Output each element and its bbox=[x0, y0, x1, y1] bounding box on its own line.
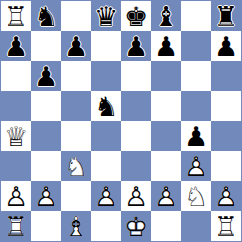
square-h1[interactable]: ♜♖ bbox=[211, 211, 241, 241]
piece-black-rook[interactable]: ♜ bbox=[211, 1, 241, 31]
piece-white-pawn[interactable]: ♟♙ bbox=[211, 181, 241, 211]
square-e6[interactable] bbox=[121, 61, 151, 91]
square-f8[interactable]: ♝ bbox=[151, 1, 181, 31]
square-g6[interactable] bbox=[181, 61, 211, 91]
square-f3[interactable] bbox=[151, 151, 181, 181]
square-h2[interactable]: ♟♙ bbox=[211, 181, 241, 211]
white-pawn-outline-glyph: ♙ bbox=[211, 181, 241, 211]
square-g8[interactable] bbox=[181, 1, 211, 31]
square-a2[interactable]: ♟♙ bbox=[1, 181, 31, 211]
piece-black-pawn[interactable]: ♟ bbox=[211, 31, 241, 61]
square-a1[interactable]: ♜♖ bbox=[1, 211, 31, 241]
white-rook-outline-glyph: ♖ bbox=[1, 1, 31, 31]
chess-board: ♜♖♞♛♚♝♜♟♟♟♟♟♟♞♛♕♟♞♘♟♙♟♙♟♙♟♙♟♙♟♙♞♘♟♙♜♖♝♗♚… bbox=[0, 0, 242, 242]
square-b6[interactable]: ♟ bbox=[31, 61, 61, 91]
white-rook-outline-glyph: ♖ bbox=[211, 211, 241, 241]
square-g2[interactable]: ♞♘ bbox=[181, 181, 211, 211]
square-e3[interactable] bbox=[121, 151, 151, 181]
piece-white-queen[interactable]: ♛♕ bbox=[1, 121, 31, 151]
square-d7[interactable] bbox=[91, 31, 121, 61]
square-a8[interactable]: ♜♖ bbox=[1, 1, 31, 31]
piece-black-pawn[interactable]: ♟ bbox=[151, 31, 181, 61]
square-g1[interactable] bbox=[181, 211, 211, 241]
square-h3[interactable] bbox=[211, 151, 241, 181]
white-pawn-outline-glyph: ♙ bbox=[181, 151, 211, 181]
square-e2[interactable]: ♟♙ bbox=[121, 181, 151, 211]
square-f1[interactable] bbox=[151, 211, 181, 241]
square-a5[interactable] bbox=[1, 91, 31, 121]
white-queen-outline-glyph: ♕ bbox=[1, 121, 31, 151]
black-pawn-glyph: ♟ bbox=[61, 31, 91, 61]
square-f6[interactable] bbox=[151, 61, 181, 91]
square-b4[interactable] bbox=[31, 121, 61, 151]
square-e8[interactable]: ♚ bbox=[121, 1, 151, 31]
piece-black-pawn[interactable]: ♟ bbox=[61, 31, 91, 61]
square-d2[interactable]: ♟♙ bbox=[91, 181, 121, 211]
square-h4[interactable] bbox=[211, 121, 241, 151]
square-h5[interactable] bbox=[211, 91, 241, 121]
square-a4[interactable]: ♛♕ bbox=[1, 121, 31, 151]
piece-black-knight[interactable]: ♞ bbox=[91, 91, 121, 121]
black-pawn-glyph: ♟ bbox=[181, 121, 211, 151]
square-a7[interactable]: ♟ bbox=[1, 31, 31, 61]
black-pawn-glyph: ♟ bbox=[121, 31, 151, 61]
piece-black-pawn[interactable]: ♟ bbox=[1, 31, 31, 61]
square-d4[interactable] bbox=[91, 121, 121, 151]
piece-white-pawn[interactable]: ♟♙ bbox=[181, 151, 211, 181]
piece-white-king[interactable]: ♚♔ bbox=[121, 211, 151, 241]
piece-white-rook[interactable]: ♜♖ bbox=[1, 1, 31, 31]
square-h6[interactable] bbox=[211, 61, 241, 91]
black-rook-glyph: ♜ bbox=[211, 1, 241, 31]
white-knight-outline-glyph: ♘ bbox=[61, 151, 91, 181]
piece-black-king[interactable]: ♚ bbox=[121, 1, 151, 31]
square-b5[interactable] bbox=[31, 91, 61, 121]
square-c7[interactable]: ♟ bbox=[61, 31, 91, 61]
white-pawn-outline-glyph: ♙ bbox=[151, 181, 181, 211]
black-knight-glyph: ♞ bbox=[91, 91, 121, 121]
piece-white-pawn[interactable]: ♟♙ bbox=[151, 181, 181, 211]
black-bishop-glyph: ♝ bbox=[151, 1, 181, 31]
square-f5[interactable] bbox=[151, 91, 181, 121]
black-pawn-glyph: ♟ bbox=[211, 31, 241, 61]
square-c1[interactable]: ♝♗ bbox=[61, 211, 91, 241]
square-b3[interactable] bbox=[31, 151, 61, 181]
black-king-glyph: ♚ bbox=[121, 1, 151, 31]
white-pawn-outline-glyph: ♙ bbox=[1, 181, 31, 211]
black-pawn-glyph: ♟ bbox=[151, 31, 181, 61]
piece-white-bishop[interactable]: ♝♗ bbox=[61, 211, 91, 241]
piece-black-knight[interactable]: ♞ bbox=[31, 1, 61, 31]
square-c3[interactable]: ♞♘ bbox=[61, 151, 91, 181]
piece-black-pawn[interactable]: ♟ bbox=[31, 61, 61, 91]
square-c2[interactable] bbox=[61, 181, 91, 211]
piece-white-rook[interactable]: ♜♖ bbox=[1, 211, 31, 241]
square-e7[interactable]: ♟ bbox=[121, 31, 151, 61]
square-g3[interactable]: ♟♙ bbox=[181, 151, 211, 181]
square-b1[interactable] bbox=[31, 211, 61, 241]
piece-white-knight[interactable]: ♞♘ bbox=[181, 181, 211, 211]
square-g4[interactable]: ♟ bbox=[181, 121, 211, 151]
white-bishop-outline-glyph: ♗ bbox=[61, 211, 91, 241]
black-pawn-glyph: ♟ bbox=[1, 31, 31, 61]
square-d6[interactable] bbox=[91, 61, 121, 91]
square-f4[interactable] bbox=[151, 121, 181, 151]
white-king-outline-glyph: ♔ bbox=[121, 211, 151, 241]
piece-white-knight[interactable]: ♞♘ bbox=[61, 151, 91, 181]
piece-white-rook[interactable]: ♜♖ bbox=[211, 211, 241, 241]
piece-white-pawn[interactable]: ♟♙ bbox=[1, 181, 31, 211]
square-c5[interactable] bbox=[61, 91, 91, 121]
square-e5[interactable] bbox=[121, 91, 151, 121]
square-g7[interactable] bbox=[181, 31, 211, 61]
square-c8[interactable] bbox=[61, 1, 91, 31]
square-h7[interactable]: ♟ bbox=[211, 31, 241, 61]
square-c6[interactable] bbox=[61, 61, 91, 91]
piece-black-pawn[interactable]: ♟ bbox=[121, 31, 151, 61]
square-g5[interactable] bbox=[181, 91, 211, 121]
square-h8[interactable]: ♜ bbox=[211, 1, 241, 31]
white-knight-outline-glyph: ♘ bbox=[181, 181, 211, 211]
piece-black-pawn[interactable]: ♟ bbox=[181, 121, 211, 151]
piece-white-pawn[interactable]: ♟♙ bbox=[121, 181, 151, 211]
piece-black-bishop[interactable]: ♝ bbox=[151, 1, 181, 31]
square-a3[interactable] bbox=[1, 151, 31, 181]
square-f2[interactable]: ♟♙ bbox=[151, 181, 181, 211]
white-rook-outline-glyph: ♖ bbox=[1, 211, 31, 241]
square-a6[interactable] bbox=[1, 61, 31, 91]
black-knight-glyph: ♞ bbox=[31, 1, 61, 31]
square-b8[interactable]: ♞ bbox=[31, 1, 61, 31]
square-b2[interactable]: ♟♙ bbox=[31, 181, 61, 211]
square-e1[interactable]: ♚♔ bbox=[121, 211, 151, 241]
white-pawn-outline-glyph: ♙ bbox=[31, 181, 61, 211]
piece-white-pawn[interactable]: ♟♙ bbox=[91, 181, 121, 211]
square-d3[interactable] bbox=[91, 151, 121, 181]
black-queen-glyph: ♛ bbox=[91, 1, 121, 31]
square-c4[interactable] bbox=[61, 121, 91, 151]
piece-black-queen[interactable]: ♛ bbox=[91, 1, 121, 31]
piece-white-pawn[interactable]: ♟♙ bbox=[31, 181, 61, 211]
square-b7[interactable] bbox=[31, 31, 61, 61]
square-d1[interactable] bbox=[91, 211, 121, 241]
square-d8[interactable]: ♛ bbox=[91, 1, 121, 31]
white-pawn-outline-glyph: ♙ bbox=[121, 181, 151, 211]
black-pawn-glyph: ♟ bbox=[31, 61, 61, 91]
square-f7[interactable]: ♟ bbox=[151, 31, 181, 61]
white-pawn-outline-glyph: ♙ bbox=[91, 181, 121, 211]
square-d5[interactable]: ♞ bbox=[91, 91, 121, 121]
square-e4[interactable] bbox=[121, 121, 151, 151]
